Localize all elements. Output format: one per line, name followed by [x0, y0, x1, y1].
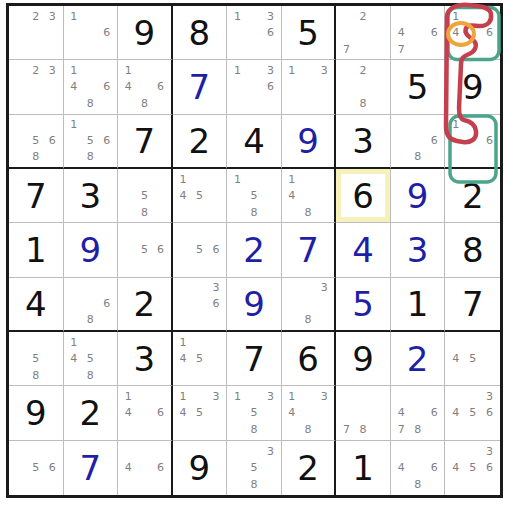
candidate-6: 6	[152, 242, 168, 258]
candidate-grid: 3456	[447, 443, 498, 493]
candidate-3: 3	[44, 62, 61, 78]
given-digit: 9	[189, 451, 211, 485]
candidate-6: 6	[481, 459, 498, 476]
entered-digit: 9	[297, 124, 319, 158]
candidate-8: 8	[300, 421, 316, 437]
cell-r3c7[interactable]: 3	[336, 115, 391, 169]
candidate-5: 5	[191, 350, 208, 366]
cell-r9c3[interactable]: 46	[118, 441, 173, 495]
cell-r2c7[interactable]: 28	[336, 60, 391, 114]
cell-r2c2[interactable]: 1468	[64, 60, 119, 114]
candidate-grid: 78	[338, 388, 388, 437]
entered-digit: 9	[80, 233, 102, 267]
candidate-6: 6	[426, 24, 443, 40]
candidate-1: 1	[229, 8, 246, 24]
candidate-8: 8	[136, 204, 152, 220]
cell-r6c2[interactable]: 68	[64, 278, 119, 332]
given-digit: 6	[352, 179, 374, 213]
candidate-grid: 68	[66, 280, 116, 328]
candidate-8: 8	[355, 95, 372, 111]
cell-r4c8[interactable]: 9	[391, 169, 446, 223]
cell-r1c9[interactable]: 146	[445, 6, 500, 60]
entered-digit: 2	[407, 342, 429, 376]
candidate-3: 3	[208, 280, 225, 296]
candidate-6: 6	[481, 405, 498, 421]
candidate-1: 1	[284, 388, 300, 404]
cell-r9c4[interactable]: 9	[173, 441, 228, 495]
candidate-8: 8	[409, 476, 426, 493]
given-digit: 2	[134, 287, 156, 321]
candidate-3: 3	[316, 62, 332, 78]
given-digit: 5	[297, 16, 319, 50]
cell-r6c7[interactable]: 5	[336, 278, 391, 332]
candidate-grid: 3456	[447, 388, 498, 437]
cell-r9c5[interactable]: 358	[227, 441, 282, 495]
cell-r1c6[interactable]: 5	[282, 6, 337, 60]
candidate-8: 8	[82, 367, 99, 383]
cell-r4c1[interactable]: 7	[9, 169, 64, 223]
candidate-grid: 68	[393, 117, 443, 165]
candidate-5: 5	[191, 187, 208, 203]
cell-r9c7[interactable]: 1	[336, 441, 391, 495]
given-digit: 5	[407, 70, 429, 104]
given-digit: 1	[407, 287, 429, 321]
cell-r8c4[interactable]: 1345	[173, 386, 228, 440]
cell-r5c3[interactable]: 56	[118, 223, 173, 277]
cell-r3c5[interactable]: 4	[227, 115, 282, 169]
given-digit: 7	[134, 124, 156, 158]
cell-r9c9[interactable]: 3456	[445, 441, 500, 495]
cell-r1c4[interactable]: 8	[173, 6, 228, 60]
given-digit: 4	[243, 124, 265, 158]
candidate-3: 3	[481, 388, 498, 404]
cell-r1c7[interactable]: 27	[336, 6, 391, 60]
candidate-2: 2	[28, 8, 45, 24]
candidate-grid: 468	[393, 443, 443, 493]
candidate-grid: 16	[66, 8, 116, 57]
cell-r7c1[interactable]: 58	[9, 332, 64, 386]
candidate-6: 6	[208, 296, 225, 312]
candidate-8: 8	[82, 149, 99, 165]
candidate-3: 3	[262, 443, 279, 460]
cell-r8c5[interactable]: 1358	[227, 386, 282, 440]
cell-r7c5[interactable]: 7	[227, 332, 282, 386]
candidate-1: 1	[175, 388, 192, 404]
candidate-4: 4	[120, 459, 136, 476]
candidate-1: 1	[229, 62, 246, 78]
candidate-8: 8	[136, 95, 152, 111]
candidate-grid: 145	[175, 171, 225, 220]
candidate-grid: 1345	[175, 388, 225, 437]
candidate-5: 5	[191, 242, 208, 258]
candidate-4: 4	[447, 459, 464, 476]
cell-r5c9[interactable]: 8	[445, 223, 500, 277]
candidate-4: 4	[447, 405, 464, 421]
candidate-5: 5	[82, 133, 99, 149]
cell-r1c8[interactable]: 467	[391, 6, 446, 60]
candidate-1: 1	[66, 8, 83, 24]
cell-r2c1[interactable]: 23	[9, 60, 64, 114]
given-digit: 1	[352, 451, 374, 485]
given-digit: 2	[297, 451, 319, 485]
cell-r5c8[interactable]: 3	[391, 223, 446, 277]
candidate-1: 1	[66, 334, 83, 350]
candidate-4: 4	[66, 350, 83, 366]
candidate-5: 5	[28, 133, 45, 149]
given-digit: 7	[25, 179, 47, 213]
candidate-grid: 146	[447, 8, 498, 57]
candidate-6: 6	[426, 133, 443, 149]
candidate-2: 2	[355, 62, 372, 78]
candidate-grid: 58	[120, 171, 169, 220]
candidate-3: 3	[44, 8, 61, 24]
candidate-4: 4	[120, 405, 136, 421]
candidate-6: 6	[99, 296, 116, 312]
candidate-8: 8	[28, 149, 45, 165]
given-digit: 9	[352, 342, 374, 376]
candidate-grid: 146	[120, 388, 169, 437]
cell-r7c2[interactable]: 1458	[64, 332, 119, 386]
candidate-grid: 148	[284, 171, 333, 220]
candidate-5: 5	[136, 187, 152, 203]
candidate-grid: 1348	[284, 388, 333, 437]
candidate-4: 4	[447, 350, 464, 366]
candidate-1: 1	[66, 62, 83, 78]
candidate-1: 1	[120, 388, 136, 404]
given-digit: 8	[189, 16, 211, 50]
cell-r1c3[interactable]: 9	[118, 6, 173, 60]
candidate-5: 5	[191, 405, 208, 421]
candidate-3: 3	[316, 388, 332, 404]
cell-r5c4[interactable]: 56	[173, 223, 228, 277]
cell-r8c8[interactable]: 4678	[391, 386, 446, 440]
cell-r7c3[interactable]: 3	[118, 332, 173, 386]
candidate-6: 6	[208, 242, 225, 258]
candidate-grid: 1468	[66, 62, 116, 111]
cell-r9c6[interactable]: 2	[282, 441, 337, 495]
candidate-1: 1	[175, 334, 192, 350]
candidate-5: 5	[246, 459, 263, 476]
cell-r2c5[interactable]: 136	[227, 60, 282, 114]
candidate-8: 8	[409, 149, 426, 165]
candidate-grid: 56	[120, 225, 169, 274]
candidate-grid: 13	[284, 62, 333, 111]
cell-r8c1[interactable]: 9	[9, 386, 64, 440]
cell-r4c5[interactable]: 158	[227, 169, 282, 223]
candidate-grid: 568	[11, 117, 61, 165]
candidate-grid: 27	[338, 8, 388, 57]
candidate-6: 6	[152, 459, 168, 476]
candidate-6: 6	[481, 24, 498, 40]
candidate-4: 4	[393, 459, 410, 476]
candidate-5: 5	[246, 405, 263, 421]
cell-r2c3[interactable]: 1468	[118, 60, 173, 114]
cell-r7c7[interactable]: 9	[336, 332, 391, 386]
candidate-grid: 23	[11, 8, 61, 57]
cell-r3c9[interactable]: 16	[445, 115, 500, 169]
cell-r8c2[interactable]: 2	[64, 386, 119, 440]
candidate-5: 5	[82, 350, 99, 366]
given-digit: 9	[134, 16, 156, 50]
candidate-grid: 23	[11, 62, 61, 111]
candidate-8: 8	[82, 312, 99, 328]
candidate-6: 6	[426, 405, 443, 421]
given-digit: 3	[80, 179, 102, 213]
candidate-1: 1	[284, 62, 300, 78]
cell-r4c4[interactable]: 145	[173, 169, 228, 223]
given-digit: 9	[462, 70, 484, 104]
cell-r4c9[interactable]: 2	[445, 169, 500, 223]
candidate-7: 7	[338, 41, 355, 57]
cell-r7c6[interactable]: 6	[282, 332, 337, 386]
candidate-1: 1	[284, 171, 300, 187]
candidate-1: 1	[229, 388, 246, 404]
candidate-5: 5	[464, 350, 481, 366]
cell-r6c9[interactable]: 7	[445, 278, 500, 332]
candidate-8: 8	[355, 421, 372, 437]
candidate-1: 1	[120, 62, 136, 78]
candidate-4: 4	[447, 24, 464, 40]
candidate-8: 8	[409, 421, 426, 437]
candidate-8: 8	[300, 312, 316, 328]
candidate-3: 3	[262, 8, 279, 24]
candidate-6: 6	[44, 459, 61, 476]
candidate-1: 1	[447, 117, 464, 133]
candidate-3: 3	[262, 62, 279, 78]
candidate-7: 7	[338, 421, 355, 437]
candidate-8: 8	[246, 476, 263, 493]
candidate-4: 4	[284, 405, 300, 421]
cell-r3c6[interactable]: 9	[282, 115, 337, 169]
sudoku-board: 2316981365274671462314681468713613285956…	[6, 3, 503, 498]
candidate-4: 4	[175, 405, 192, 421]
candidate-4: 4	[284, 187, 300, 203]
candidate-grid: 1458	[66, 334, 116, 383]
candidate-3: 3	[262, 388, 279, 404]
candidate-grid: 58	[11, 334, 61, 383]
cell-r3c8[interactable]: 68	[391, 115, 446, 169]
candidate-grid: 136	[229, 8, 279, 57]
cell-r5c2[interactable]: 9	[64, 223, 119, 277]
candidate-grid: 46	[120, 443, 169, 493]
given-digit: 3	[352, 124, 374, 158]
cell-r6c1[interactable]: 4	[9, 278, 64, 332]
entered-digit: 5	[352, 287, 374, 321]
candidate-8: 8	[82, 95, 99, 111]
candidate-1: 1	[175, 171, 192, 187]
cell-r7c9[interactable]: 45	[445, 332, 500, 386]
given-digit: 7	[462, 287, 484, 321]
cell-r8c7[interactable]: 78	[336, 386, 391, 440]
cell-r8c6[interactable]: 1348	[282, 386, 337, 440]
candidate-6: 6	[44, 133, 61, 149]
cell-r2c6[interactable]: 13	[282, 60, 337, 114]
given-digit: 9	[25, 396, 47, 430]
candidate-grid: 1358	[229, 388, 279, 437]
candidate-grid: 1568	[66, 117, 116, 165]
given-digit: 2	[189, 124, 211, 158]
candidate-6: 6	[99, 24, 116, 40]
candidate-grid: 1468	[120, 62, 169, 111]
candidate-7: 7	[393, 41, 410, 57]
cell-r4c2[interactable]: 3	[64, 169, 119, 223]
candidate-8: 8	[300, 204, 316, 220]
candidate-grid: 36	[175, 280, 225, 328]
cell-r3c4[interactable]: 2	[173, 115, 228, 169]
entered-digit: 7	[189, 70, 211, 104]
candidate-1: 1	[447, 8, 464, 24]
candidate-8: 8	[28, 367, 45, 383]
cell-r9c1[interactable]: 56	[9, 441, 64, 495]
given-digit: 2	[462, 179, 484, 213]
cell-r2c9[interactable]: 9	[445, 60, 500, 114]
candidate-1: 1	[66, 117, 83, 133]
cell-r7c4[interactable]: 145	[173, 332, 228, 386]
cell-r3c2[interactable]: 1568	[64, 115, 119, 169]
given-digit: 4	[25, 287, 47, 321]
candidate-3: 3	[481, 443, 498, 460]
given-digit: 7	[243, 342, 265, 376]
cell-r7c8[interactable]: 2	[391, 332, 446, 386]
cell-r6c5[interactable]: 9	[227, 278, 282, 332]
candidate-6: 6	[426, 459, 443, 476]
cell-r1c5[interactable]: 136	[227, 6, 282, 60]
candidate-grid: 56	[175, 225, 225, 274]
candidate-6: 6	[152, 405, 168, 421]
cell-r1c1[interactable]: 23	[9, 6, 64, 60]
cell-r8c3[interactable]: 146	[118, 386, 173, 440]
candidate-1: 1	[229, 171, 246, 187]
cell-r6c6[interactable]: 38	[282, 278, 337, 332]
candidate-8: 8	[246, 421, 263, 437]
candidate-5: 5	[246, 187, 263, 203]
candidate-4: 4	[120, 79, 136, 95]
cell-r6c4[interactable]: 36	[173, 278, 228, 332]
candidate-3: 3	[208, 388, 225, 404]
candidate-5: 5	[464, 459, 481, 476]
cell-r8c9[interactable]: 3456	[445, 386, 500, 440]
entered-digit: 9	[243, 287, 265, 321]
candidate-7: 7	[393, 421, 410, 437]
candidate-grid: 145	[175, 334, 225, 383]
candidate-5: 5	[136, 242, 152, 258]
cell-r6c3[interactable]: 2	[118, 278, 173, 332]
cell-r4c6[interactable]: 148	[282, 169, 337, 223]
candidate-8: 8	[246, 204, 263, 220]
cell-r2c4[interactable]: 7	[173, 60, 228, 114]
candidate-grid: 358	[229, 443, 279, 493]
entered-digit: 9	[407, 179, 429, 213]
candidate-grid: 56	[11, 443, 61, 493]
candidate-2: 2	[355, 8, 372, 24]
cell-r5c7[interactable]: 4	[336, 223, 391, 277]
candidate-4: 4	[66, 79, 83, 95]
candidate-2: 2	[28, 62, 45, 78]
cell-r6c8[interactable]: 1	[391, 278, 446, 332]
candidate-5: 5	[28, 350, 45, 366]
candidate-4: 4	[175, 187, 192, 203]
cell-r4c7[interactable]: 6	[336, 169, 391, 223]
candidate-grid: 28	[338, 62, 388, 111]
cell-r2c8[interactable]: 5	[391, 60, 446, 114]
cell-r9c8[interactable]: 468	[391, 441, 446, 495]
cell-r5c1[interactable]: 1	[9, 223, 64, 277]
entered-digit: 7	[80, 451, 102, 485]
candidate-5: 5	[464, 405, 481, 421]
cell-r3c3[interactable]: 7	[118, 115, 173, 169]
candidate-6: 6	[152, 79, 168, 95]
candidate-grid: 467	[393, 8, 443, 57]
candidate-6: 6	[99, 133, 116, 149]
given-digit: 2	[80, 396, 102, 430]
candidate-grid: 136	[229, 62, 279, 111]
cell-r1c2[interactable]: 16	[64, 6, 119, 60]
candidate-grid: 158	[229, 171, 279, 220]
cell-r3c1[interactable]: 568	[9, 115, 64, 169]
candidate-4: 4	[393, 24, 410, 40]
candidate-4: 4	[393, 405, 410, 421]
candidate-grid: 45	[447, 334, 498, 383]
cell-r9c2[interactable]: 7	[64, 441, 119, 495]
candidate-4: 4	[175, 350, 192, 366]
candidate-5: 5	[28, 459, 45, 476]
candidate-6: 6	[262, 24, 279, 40]
candidate-3: 3	[316, 280, 332, 296]
entered-digit: 4	[352, 233, 374, 267]
cell-r4c3[interactable]: 58	[118, 169, 173, 223]
cell-r5c5[interactable]: 2	[227, 223, 282, 277]
given-digit: 3	[134, 342, 156, 376]
candidate-6: 6	[262, 79, 279, 95]
candidate-grid: 16	[447, 117, 498, 165]
given-digit: 1	[25, 233, 47, 267]
candidate-grid: 38	[284, 280, 333, 328]
candidate-6: 6	[99, 79, 116, 95]
candidate-grid: 4678	[393, 388, 443, 437]
entered-digit: 7	[297, 233, 319, 267]
cell-r5c6[interactable]: 7	[282, 223, 337, 277]
given-digit: 8	[462, 233, 484, 267]
given-digit: 6	[297, 342, 319, 376]
entered-digit: 2	[243, 233, 265, 267]
candidate-6: 6	[481, 133, 498, 149]
entered-digit: 3	[407, 233, 429, 267]
